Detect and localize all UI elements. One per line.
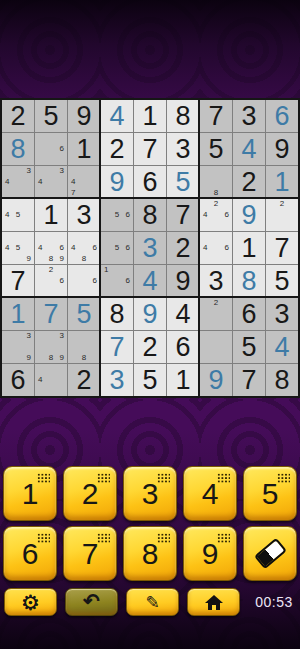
notes-button[interactable]: ✎	[126, 588, 179, 616]
user-digit: 9	[109, 169, 124, 196]
cell-r7c4[interactable]: 8	[101, 298, 133, 330]
game-timer: 00:53	[248, 594, 300, 610]
number-button-7[interactable]: 7	[63, 526, 117, 581]
sudoku-app-screen: 2594187368612735493434479658214513568724…	[0, 0, 300, 649]
given-digit: 7	[10, 268, 25, 295]
cell-r9c5[interactable]: 5	[134, 364, 166, 396]
pencil-marks: 468	[68, 232, 100, 264]
given-digit: 5	[208, 136, 223, 163]
cell-r8c6[interactable]: 6	[167, 331, 199, 363]
user-digit: 9	[208, 367, 223, 394]
user-digit: 4	[109, 103, 124, 130]
home-icon	[205, 595, 223, 610]
cell-r8c5[interactable]: 2	[134, 331, 166, 363]
cell-r8c7[interactable]	[200, 331, 232, 363]
pencil-icon: ✎	[145, 594, 159, 611]
pencil-marks: 56	[101, 199, 133, 231]
cell-r8c2[interactable]: 389	[35, 331, 67, 363]
cell-r8c8[interactable]: 5	[233, 331, 265, 363]
cell-r7c6[interactable]: 4	[167, 298, 199, 330]
box-separator	[99, 100, 101, 396]
cell-r9c3[interactable]: 2	[68, 364, 100, 396]
pencil-marks: 4	[35, 364, 67, 396]
given-digit: 5	[142, 367, 157, 394]
number-button-label: 9	[202, 537, 219, 571]
given-digit: 9	[175, 268, 190, 295]
cell-r8c9[interactable]: 4	[266, 331, 298, 363]
number-button-1[interactable]: 1	[3, 466, 57, 521]
number-button-6[interactable]: 6	[3, 526, 57, 581]
cell-r7c3[interactable]: 5	[68, 298, 100, 330]
given-digit: 9	[76, 103, 91, 130]
number-button-5[interactable]: 5	[243, 466, 297, 521]
given-digit: 1	[76, 136, 91, 163]
number-button-3[interactable]: 3	[123, 466, 177, 521]
given-digit: 8	[142, 202, 157, 229]
cell-r3c1[interactable]: 34	[2, 166, 34, 198]
home-button[interactable]	[187, 588, 240, 616]
pencil-marks: 4689	[35, 232, 67, 264]
cell-r5c2[interactable]: 4689	[35, 232, 67, 264]
given-digit: 6	[241, 301, 256, 328]
pencil-marks: 26	[35, 265, 67, 297]
number-button-4[interactable]: 4	[183, 466, 237, 521]
pencil-marks: 34	[2, 166, 34, 198]
user-digit: 1	[274, 169, 289, 196]
number-button-label: 8	[142, 537, 159, 571]
cell-r7c5[interactable]: 9	[134, 298, 166, 330]
cell-r7c8[interactable]: 6	[233, 298, 265, 330]
pencil-marks: 8	[68, 331, 100, 363]
pencil-marks: 459	[2, 232, 34, 264]
cell-r6c2[interactable]: 26	[35, 265, 67, 297]
user-digit: 8	[10, 136, 25, 163]
cell-r4c9[interactable]: 2	[266, 199, 298, 231]
cell-r5c4[interactable]: 56	[101, 232, 133, 264]
number-button-2[interactable]: 2	[63, 466, 117, 521]
user-digit: 9	[241, 202, 256, 229]
cell-r4c4[interactable]: 56	[101, 199, 133, 231]
cell-r6c8[interactable]: 8	[233, 265, 265, 297]
given-digit: 9	[274, 136, 289, 163]
given-digit: 1	[142, 103, 157, 130]
user-digit: 1	[10, 301, 25, 328]
cell-r2c1[interactable]: 8	[2, 133, 34, 165]
cell-r4c3[interactable]: 3	[68, 199, 100, 231]
number-button-label: 6	[22, 537, 39, 571]
user-digit: 4	[241, 136, 256, 163]
user-digit: 4	[142, 268, 157, 295]
given-digit: 7	[142, 136, 157, 163]
pencil-dots-icon	[217, 473, 230, 483]
number-button-label: 7	[82, 537, 99, 571]
cell-r3c3[interactable]: 47	[68, 166, 100, 198]
cell-r1c5[interactable]: 1	[134, 100, 166, 132]
pencil-marks: 16	[101, 265, 133, 297]
keypad-row-1: 1 2 3 4 5	[0, 466, 300, 521]
cell-r4c8[interactable]: 9	[233, 199, 265, 231]
number-button-8[interactable]: 8	[123, 526, 177, 581]
pencil-marks: 6	[35, 133, 67, 165]
cell-r2c7[interactable]: 5	[200, 133, 232, 165]
cell-r9c2[interactable]: 4	[35, 364, 67, 396]
given-digit: 5	[274, 268, 289, 295]
cell-r8c4[interactable]: 7	[101, 331, 133, 363]
cell-r3c9[interactable]: 1	[266, 166, 298, 198]
cell-r1c8[interactable]: 3	[233, 100, 265, 132]
cell-r3c5[interactable]: 6	[134, 166, 166, 198]
eraser-icon	[253, 538, 286, 570]
cell-r3c6[interactable]: 5	[167, 166, 199, 198]
eraser-button[interactable]	[243, 526, 297, 581]
cell-r7c2[interactable]: 7	[35, 298, 67, 330]
cell-r7c7[interactable]: 2	[200, 298, 232, 330]
pencil-marks: 2	[200, 298, 232, 330]
pencil-marks: 56	[101, 232, 133, 264]
cell-r3c2[interactable]: 34	[35, 166, 67, 198]
cell-r5c9[interactable]: 7	[266, 232, 298, 264]
cell-r2c8[interactable]: 4	[233, 133, 265, 165]
number-button-label: 4	[202, 477, 219, 511]
given-digit: 3	[241, 103, 256, 130]
cell-r7c9[interactable]: 3	[266, 298, 298, 330]
cell-r5c1[interactable]: 459	[2, 232, 34, 264]
user-digit: 9	[142, 301, 157, 328]
cell-r4c7[interactable]: 246	[200, 199, 232, 231]
given-digit: 7	[274, 235, 289, 262]
keypad: 1 2 3 4 5 6 7 8 9 ⚙ ↶ ✎ 00:53	[0, 466, 300, 616]
cell-r1c3[interactable]: 9	[68, 100, 100, 132]
cell-r6c9[interactable]: 5	[266, 265, 298, 297]
cell-r6c7[interactable]: 3	[200, 265, 232, 297]
given-digit: 7	[175, 202, 190, 229]
number-button-label: 5	[262, 477, 279, 511]
cell-r3c4[interactable]: 9	[101, 166, 133, 198]
given-digit: 5	[43, 103, 58, 130]
pencil-dots-icon	[157, 473, 170, 483]
given-digit: 6	[10, 367, 25, 394]
given-digit: 8	[274, 367, 289, 394]
cell-r4c5[interactable]: 8	[134, 199, 166, 231]
user-digit: 7	[43, 301, 58, 328]
pencil-marks: 389	[35, 331, 67, 363]
given-digit: 8	[109, 301, 124, 328]
given-digit: 6	[142, 169, 157, 196]
pencil-marks: 45	[2, 199, 34, 231]
cell-r4c6[interactable]: 7	[167, 199, 199, 231]
given-digit: 2	[241, 169, 256, 196]
given-digit: 8	[175, 103, 190, 130]
cell-r1c2[interactable]: 5	[35, 100, 67, 132]
pencil-marks: 6	[68, 265, 100, 297]
cell-r9c7[interactable]: 9	[200, 364, 232, 396]
keypad-row-2: 6 7 8 9	[0, 526, 300, 581]
pencil-dots-icon	[37, 473, 50, 483]
cell-r6c3[interactable]: 6	[68, 265, 100, 297]
cell-r2c6[interactable]: 3	[167, 133, 199, 165]
gear-icon: ⚙	[21, 592, 40, 613]
toolbar: ⚙ ↶ ✎ 00:53	[4, 588, 300, 616]
cell-r3c7[interactable]: 8	[200, 166, 232, 198]
pencil-dots-icon	[217, 533, 230, 543]
cell-r8c3[interactable]: 8	[68, 331, 100, 363]
number-button-label: 3	[142, 477, 159, 511]
cell-r4c2[interactable]: 1	[35, 199, 67, 231]
user-digit: 4	[274, 334, 289, 361]
given-digit: 6	[175, 334, 190, 361]
given-digit: 7	[241, 367, 256, 394]
user-digit: 7	[109, 334, 124, 361]
box-separator	[198, 100, 200, 396]
cell-r6c6[interactable]: 9	[167, 265, 199, 297]
cell-r1c6[interactable]: 8	[167, 100, 199, 132]
pencil-marks: 46	[200, 232, 232, 264]
undo-icon: ↶	[83, 591, 100, 611]
given-digit: 2	[175, 235, 190, 262]
cell-r7c1[interactable]: 1	[2, 298, 34, 330]
given-digit: 2	[10, 103, 25, 130]
pencil-dots-icon	[157, 533, 170, 543]
cell-r5c3[interactable]: 468	[68, 232, 100, 264]
box-separator	[2, 197, 298, 199]
cell-r9c6[interactable]: 1	[167, 364, 199, 396]
given-digit: 2	[142, 334, 157, 361]
given-digit: 3	[208, 268, 223, 295]
cell-r5c8[interactable]: 1	[233, 232, 265, 264]
given-digit: 3	[274, 301, 289, 328]
pencil-marks: 2	[266, 199, 298, 231]
cell-r9c1[interactable]: 6	[2, 364, 34, 396]
given-digit: 5	[241, 334, 256, 361]
pencil-dots-icon	[97, 533, 110, 543]
user-digit: 3	[109, 367, 124, 394]
cell-r2c4[interactable]: 2	[101, 133, 133, 165]
undo-button[interactable]: ↶	[65, 588, 118, 616]
pencil-dots-icon	[37, 533, 50, 543]
cell-r8c1[interactable]: 39	[2, 331, 34, 363]
given-digit: 1	[241, 235, 256, 262]
user-digit: 5	[175, 169, 190, 196]
user-digit: 5	[76, 301, 91, 328]
pencil-marks: 34	[35, 166, 67, 198]
cell-r9c9[interactable]: 8	[266, 364, 298, 396]
cell-r1c4[interactable]: 4	[101, 100, 133, 132]
pencil-marks: 246	[200, 199, 232, 231]
given-digit: 3	[175, 136, 190, 163]
cell-r1c7[interactable]: 7	[200, 100, 232, 132]
cell-r9c4[interactable]: 3	[101, 364, 133, 396]
cell-r1c9[interactable]: 6	[266, 100, 298, 132]
user-digit: 8	[241, 268, 256, 295]
given-digit: 7	[208, 103, 223, 130]
given-digit: 4	[175, 301, 190, 328]
given-digit: 1	[43, 202, 58, 229]
number-button-9[interactable]: 9	[183, 526, 237, 581]
pencil-marks: 47	[68, 166, 100, 198]
given-digit: 3	[76, 202, 91, 229]
user-digit: 6	[274, 103, 289, 130]
cell-r9c8[interactable]: 7	[233, 364, 265, 396]
pencil-dots-icon	[97, 473, 110, 483]
given-digit: 2	[109, 136, 124, 163]
user-digit: 3	[142, 235, 157, 262]
cell-r5c6[interactable]: 2	[167, 232, 199, 264]
pencil-dots-icon	[277, 473, 290, 483]
box-separator	[2, 296, 298, 298]
cell-r2c9[interactable]: 9	[266, 133, 298, 165]
cell-r5c7[interactable]: 46	[200, 232, 232, 264]
cell-r6c1[interactable]: 7	[2, 265, 34, 297]
cell-r4c1[interactable]: 45	[2, 199, 34, 231]
cell-r2c5[interactable]: 7	[134, 133, 166, 165]
given-digit: 2	[76, 367, 91, 394]
given-digit: 1	[175, 367, 190, 394]
cell-r6c4[interactable]: 16	[101, 265, 133, 297]
cell-r3c8[interactable]: 2	[233, 166, 265, 198]
cell-r2c2[interactable]: 6	[35, 133, 67, 165]
pencil-marks: 39	[2, 331, 34, 363]
number-button-label: 1	[22, 477, 39, 511]
cell-r2c3[interactable]: 1	[68, 133, 100, 165]
sudoku-board: 2594187368612735493434479658214513568724…	[0, 98, 300, 398]
number-button-label: 2	[82, 477, 99, 511]
pencil-marks: 8	[200, 166, 232, 198]
settings-button[interactable]: ⚙	[4, 588, 57, 616]
cell-r6c5[interactable]: 4	[134, 265, 166, 297]
cell-r1c1[interactable]: 2	[2, 100, 34, 132]
cell-r5c5[interactable]: 3	[134, 232, 166, 264]
